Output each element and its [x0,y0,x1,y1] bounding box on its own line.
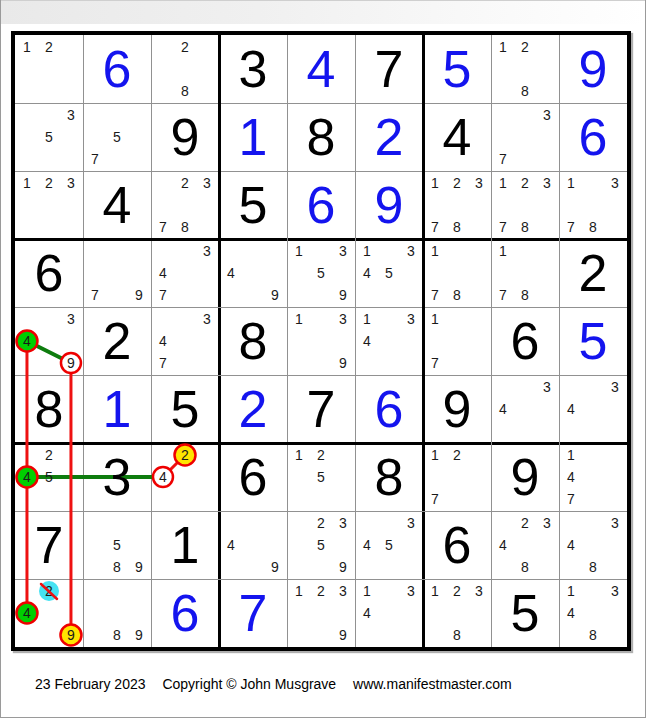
cell-r3c8[interactable]: 12378 [491,171,559,239]
candidate-digit: 1 [424,240,446,262]
candidate-digit: 2 [310,512,332,534]
candidate-digit: 4 [492,534,514,556]
cell-r7c6[interactable]: 8 [355,443,423,511]
candidate-digit: 5 [38,126,60,148]
cell-r4c2[interactable]: 79 [83,239,151,307]
cell-r4c5[interactable]: 1359 [287,239,355,307]
candidate-digit: 8 [174,80,196,102]
given-digit: 9 [491,443,559,511]
cell-r3c5[interactable]: 6 [287,171,355,239]
cell-r3c9[interactable]: 1378 [559,171,627,239]
candidate-digit: 9 [128,284,150,306]
cell-r2c5[interactable]: 8 [287,103,355,171]
candidate-digit: 3 [400,512,422,534]
candidate-digit: 9 [264,284,286,306]
candidate-digit: 4 [152,466,174,488]
candidate-digit: 7 [492,148,514,170]
candidate-digit: 3 [332,308,354,330]
cell-r7c3[interactable]: 24 [151,443,219,511]
cell-r7c9[interactable]: 147 [559,443,627,511]
candidate-digit: 3 [468,172,490,194]
candidate-digit: 9 [128,624,150,646]
solved-digit: 2 [355,103,423,171]
candidate-digit: 3 [196,240,218,262]
candidate-digit: 2 [310,580,332,602]
candidate-digit: 4 [16,602,38,624]
candidate-digit: 2 [310,444,332,466]
candidate-digit: 9 [332,352,354,374]
solved-digit: 6 [151,579,219,647]
candidate-digit: 4 [356,262,378,284]
solved-digit: 6 [559,103,627,171]
candidate-digit: 8 [174,216,196,238]
candidate-digit: 7 [424,284,446,306]
candidate-digit: 1 [288,444,310,466]
given-digit: 2 [83,307,151,375]
candidate-digit: 2 [38,36,60,58]
candidate-digit: 5 [310,262,332,284]
solved-digit: 9 [355,171,423,239]
cell-r8c9[interactable]: 348 [559,511,627,579]
candidate-digit: 2 [446,580,468,602]
candidate-digit: 7 [84,284,106,306]
cell-r9c5[interactable]: 1239 [287,579,355,647]
solved-digit: 6 [83,35,151,103]
candidate-digit: 7 [424,216,446,238]
cell-r4c1[interactable]: 6 [15,239,83,307]
given-digit: 8 [287,103,355,171]
cell-r1c4[interactable]: 3 [219,35,287,103]
candidate-digit: 3 [332,580,354,602]
cell-r3c2[interactable]: 4 [83,171,151,239]
candidate-digit: 4 [152,330,174,352]
cell-r7c5[interactable]: 125 [287,443,355,511]
cell-r6c7[interactable]: 9 [423,375,491,443]
candidate-digit: 8 [514,216,536,238]
candidate-digit: 3 [604,376,626,398]
given-digit: 6 [15,239,83,307]
cell-r9c9[interactable]: 1348 [559,579,627,647]
candidate-digit: 4 [356,602,378,624]
candidate-digit: 3 [536,376,558,398]
candidate-digit: 8 [106,556,128,578]
cell-r4c8[interactable]: 178 [491,239,559,307]
cell-r1c1[interactable]: 12 [15,35,83,103]
candidate-digit: 2 [446,172,468,194]
cell-r3c1[interactable]: 123 [15,171,83,239]
cell-r9c1[interactable]: 249 [15,579,83,647]
cell-r6c8[interactable]: 34 [491,375,559,443]
given-digit: 7 [287,375,355,443]
cell-r8c3[interactable]: 1 [151,511,219,579]
cell-r4c6[interactable]: 1345 [355,239,423,307]
candidate-digit: 5 [106,126,128,148]
footer-copyright: Copyright © John Musgrave [162,676,336,692]
cell-r9c2[interactable]: 89 [83,579,151,647]
cell-r5c7[interactable]: 17 [423,307,491,375]
cell-r9c4[interactable]: 7 [219,579,287,647]
candidate-digit: 4 [16,330,38,352]
candidate-digit: 1 [288,308,310,330]
candidate-digit: 1 [424,308,446,330]
given-digit: 7 [355,35,423,103]
cell-r3c4[interactable]: 5 [219,171,287,239]
cell-r5c6[interactable]: 134 [355,307,423,375]
candidate-digit: 4 [492,398,514,420]
cell-r1c3[interactable]: 28 [151,35,219,103]
candidate-digit: 2 [514,36,536,58]
cell-r9c3[interactable]: 6 [151,579,219,647]
candidate-digit: 1 [492,36,514,58]
candidate-digit: 3 [400,308,422,330]
candidate-digit: 4 [560,602,582,624]
footer-date: 23 February 2023 [35,676,146,692]
solved-digit: 1 [83,375,151,443]
cell-r4c3[interactable]: 347 [151,239,219,307]
sudoku-board: 1262834751289355791824376123423785691237… [11,31,631,651]
candidate-digit: 8 [582,624,604,646]
given-digit: 4 [83,171,151,239]
candidate-digit: 4 [560,466,582,488]
candidate-digit: 3 [332,240,354,262]
candidate-digit: 3 [400,240,422,262]
given-digit: 7 [15,511,83,579]
cell-r6c1[interactable]: 8 [15,375,83,443]
cell-r5c3[interactable]: 347 [151,307,219,375]
candidate-digit: 1 [288,580,310,602]
cell-r7c2[interactable]: 3 [83,443,151,511]
cell-r6c5[interactable]: 7 [287,375,355,443]
given-digit: 9 [423,375,491,443]
candidate-digit: 7 [560,216,582,238]
candidate-digit: 7 [492,216,514,238]
cell-r4c9[interactable]: 2 [559,239,627,307]
cell-r8c5[interactable]: 2359 [287,511,355,579]
solved-digit: 7 [219,579,287,647]
candidate-digit: 9 [264,556,286,578]
candidate-digit: 1 [424,580,446,602]
candidate-digit: 8 [446,624,468,646]
solved-digit: 4 [287,35,355,103]
cell-r2c7[interactable]: 4 [423,103,491,171]
candidate-digit: 4 [16,466,38,488]
candidate-digit: 8 [514,80,536,102]
candidate-digit: 2 [38,444,60,466]
given-digit: 5 [151,375,219,443]
footer: 23 February 2023 Copyright © John Musgra… [35,676,525,692]
candidate-digit: 4 [560,534,582,556]
candidate-digit: 3 [400,580,422,602]
cell-r6c6[interactable]: 6 [355,375,423,443]
cell-r5c1[interactable]: 349 [15,307,83,375]
candidate-digit: 2 [446,444,468,466]
candidate-digit: 4 [356,330,378,352]
candidate-digit: 1 [492,240,514,262]
given-digit: 5 [491,579,559,647]
cell-r7c8[interactable]: 9 [491,443,559,511]
cell-r3c7[interactable]: 12378 [423,171,491,239]
cell-r8c6[interactable]: 345 [355,511,423,579]
cell-r8c7[interactable]: 6 [423,511,491,579]
candidate-digit: 8 [106,624,128,646]
candidate-digit: 1 [16,36,38,58]
candidate-digit: 1 [560,172,582,194]
candidate-digit: 3 [60,308,82,330]
candidate-digit: 3 [60,104,82,126]
given-digit: 3 [83,443,151,511]
candidate-digit: 8 [446,284,468,306]
candidate-digit: 1 [492,172,514,194]
cell-r2c6[interactable]: 2 [355,103,423,171]
cell-r5c9[interactable]: 5 [559,307,627,375]
candidate-digit: 1 [560,444,582,466]
cell-r5c8[interactable]: 6 [491,307,559,375]
solved-digit: 6 [287,171,355,239]
candidate-digit: 9 [60,624,82,646]
candidate-digit: 3 [468,580,490,602]
cell-r5c4[interactable]: 8 [219,307,287,375]
candidate-digit: 1 [424,172,446,194]
cell-r8c4[interactable]: 49 [219,511,287,579]
candidate-digit: 2 [38,580,60,602]
solved-digit: 5 [559,307,627,375]
cell-r2c2[interactable]: 57 [83,103,151,171]
solved-digit: 9 [559,35,627,103]
cell-r2c8[interactable]: 37 [491,103,559,171]
candidate-digit: 4 [560,398,582,420]
solved-digit: 5 [423,35,491,103]
candidate-digit: 3 [536,104,558,126]
cell-r2c1[interactable]: 35 [15,103,83,171]
candidate-digit: 7 [152,352,174,374]
candidate-digit: 4 [220,262,242,284]
candidate-digit: 8 [514,284,536,306]
cell-r8c1[interactable]: 7 [15,511,83,579]
candidate-digit: 1 [356,308,378,330]
candidate-digit: 9 [332,556,354,578]
solved-digit: 1 [219,103,287,171]
cell-r1c2[interactable]: 6 [83,35,151,103]
cell-r8c2[interactable]: 589 [83,511,151,579]
candidate-digit: 3 [196,172,218,194]
candidate-digit: 7 [424,488,446,510]
candidate-digit: 2 [174,172,196,194]
candidate-digit: 1 [424,444,446,466]
candidate-digit: 9 [332,284,354,306]
given-digit: 8 [219,307,287,375]
given-digit: 3 [219,35,287,103]
candidate-digit: 1 [560,580,582,602]
candidate-digit: 9 [60,352,82,374]
candidate-digit: 3 [604,512,626,534]
candidate-digit: 7 [84,148,106,170]
candidate-digit: 9 [332,624,354,646]
candidate-digit: 2 [514,512,536,534]
cell-r1c8[interactable]: 128 [491,35,559,103]
cells-layer: 1262834751289355791824376123423785691237… [15,35,627,647]
solved-digit: 2 [219,375,287,443]
cell-r7c7[interactable]: 127 [423,443,491,511]
cell-r9c7[interactable]: 1238 [423,579,491,647]
candidate-digit: 5 [106,534,128,556]
candidate-digit: 8 [446,216,468,238]
candidate-digit: 5 [310,466,332,488]
candidate-digit: 4 [152,262,174,284]
cell-r6c3[interactable]: 5 [151,375,219,443]
cell-r4c4[interactable]: 49 [219,239,287,307]
candidate-digit: 5 [378,534,400,556]
cell-r1c7[interactable]: 5 [423,35,491,103]
candidate-digit: 9 [128,556,150,578]
given-digit: 9 [151,103,219,171]
candidate-digit: 7 [492,284,514,306]
candidate-digit: 8 [514,556,536,578]
given-digit: 6 [491,307,559,375]
cell-r7c1[interactable]: 245 [15,443,83,511]
candidate-digit: 5 [378,262,400,284]
cell-r9c8[interactable]: 5 [491,579,559,647]
candidate-digit: 1 [288,240,310,262]
candidate-digit: 2 [174,444,196,466]
candidate-digit: 2 [38,172,60,194]
candidate-digit: 1 [356,580,378,602]
candidate-digit: 8 [582,556,604,578]
candidate-digit: 3 [60,172,82,194]
cell-r6c2[interactable]: 1 [83,375,151,443]
given-digit: 8 [355,443,423,511]
page: 1262834751289355791824376123423785691237… [0,0,650,720]
given-digit: 2 [559,239,627,307]
given-digit: 8 [15,375,83,443]
cell-r6c9[interactable]: 34 [559,375,627,443]
candidate-digit: 3 [332,512,354,534]
cell-r8c8[interactable]: 2348 [491,511,559,579]
footer-website: www.manifestmaster.com [353,676,512,692]
candidate-digit: 3 [604,580,626,602]
candidate-digit: 4 [220,534,242,556]
candidate-digit: 7 [152,284,174,306]
cell-r3c3[interactable]: 2378 [151,171,219,239]
cell-r3c6[interactable]: 9 [355,171,423,239]
cell-r1c9[interactable]: 9 [559,35,627,103]
candidate-digit: 2 [174,36,196,58]
candidate-digit: 7 [152,216,174,238]
given-digit: 4 [423,103,491,171]
given-digit: 1 [151,511,219,579]
cell-r1c6[interactable]: 7 [355,35,423,103]
candidate-digit: 5 [38,466,60,488]
candidate-digit: 7 [560,488,582,510]
candidate-digit: 3 [536,172,558,194]
given-digit: 5 [219,171,287,239]
cell-r5c2[interactable]: 2 [83,307,151,375]
cell-r2c9[interactable]: 6 [559,103,627,171]
cell-r6c4[interactable]: 2 [219,375,287,443]
cell-r4c7[interactable]: 178 [423,239,491,307]
cell-r2c4[interactable]: 1 [219,103,287,171]
candidate-digit: 3 [536,512,558,534]
candidate-digit: 3 [196,308,218,330]
cell-r5c5[interactable]: 139 [287,307,355,375]
candidate-digit: 7 [424,352,446,374]
cell-r7c4[interactable]: 6 [219,443,287,511]
cell-r1c5[interactable]: 4 [287,35,355,103]
candidate-digit: 1 [356,240,378,262]
candidate-digit: 3 [604,172,626,194]
given-digit: 6 [423,511,491,579]
solved-digit: 6 [355,375,423,443]
cell-r2c3[interactable]: 9 [151,103,219,171]
candidate-digit: 1 [16,172,38,194]
candidate-digit: 8 [582,216,604,238]
candidate-digit: 4 [356,534,378,556]
candidate-digit: 5 [310,534,332,556]
cell-r9c6[interactable]: 134 [355,579,423,647]
given-digit: 6 [219,443,287,511]
candidate-digit: 2 [514,172,536,194]
